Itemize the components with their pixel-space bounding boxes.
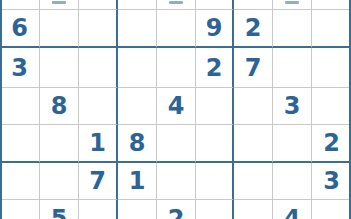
given-digit: 7 <box>245 54 262 82</box>
cell-r4c7[interactable]: 7 <box>234 48 273 88</box>
cell-r2c9[interactable] <box>312 0 351 10</box>
cell-r2c4[interactable] <box>118 0 157 10</box>
cell-r6c3[interactable]: 1 <box>79 125 118 163</box>
cell-r4c8[interactable] <box>273 48 312 88</box>
partial-digit-fragment <box>52 1 66 4</box>
cell-r7c6[interactable] <box>196 163 234 200</box>
cell-r8c6[interactable] <box>196 200 234 219</box>
given-digit: 9 <box>206 14 223 42</box>
cell-r7c1[interactable] <box>0 163 40 200</box>
cell-r2c2[interactable] <box>40 0 79 10</box>
cell-r8c4[interactable] <box>118 200 157 219</box>
partial-digit-fragment <box>285 1 299 4</box>
cell-r7c8[interactable] <box>273 163 312 200</box>
cell-r2c5[interactable] <box>157 0 196 10</box>
given-digit: 4 <box>284 205 301 219</box>
cell-r7c3[interactable]: 7 <box>79 163 118 200</box>
cell-r6c5[interactable] <box>157 125 196 163</box>
cell-r3c1[interactable]: 6 <box>0 10 40 48</box>
cell-r8c2[interactable]: 5 <box>40 200 79 219</box>
given-digit: 1 <box>89 129 106 157</box>
cell-r6c1[interactable] <box>0 125 40 163</box>
cell-r4c6[interactable]: 2 <box>196 48 234 88</box>
cell-r3c2[interactable] <box>40 10 79 48</box>
sudoku-viewport: 692327843182713524 <box>0 0 351 219</box>
cell-r7c9[interactable]: 3 <box>312 163 351 200</box>
given-digit: 4 <box>168 92 185 120</box>
given-digit: 3 <box>284 92 301 120</box>
cell-r2c7[interactable] <box>234 0 273 10</box>
cell-r4c9[interactable] <box>312 48 351 88</box>
given-digit: 2 <box>323 129 340 157</box>
cell-r2c8[interactable] <box>273 0 312 10</box>
cell-r3c7[interactable]: 2 <box>234 10 273 48</box>
sudoku-board: 692327843182713524 <box>0 0 351 219</box>
cell-r2c3[interactable] <box>79 0 118 10</box>
cell-r5c1[interactable] <box>0 88 40 125</box>
cell-r6c4[interactable]: 8 <box>118 125 157 163</box>
given-digit: 2 <box>168 205 185 219</box>
cell-r5c6[interactable] <box>196 88 234 125</box>
given-digit: 8 <box>51 92 68 120</box>
cell-r8c1[interactable] <box>0 200 40 219</box>
cell-r7c5[interactable] <box>157 163 196 200</box>
given-digit: 7 <box>89 167 106 195</box>
cell-r3c4[interactable] <box>118 10 157 48</box>
given-digit: 2 <box>206 54 223 82</box>
cell-r6c8[interactable] <box>273 125 312 163</box>
cell-r7c2[interactable] <box>40 163 79 200</box>
cell-r4c1[interactable]: 3 <box>0 48 40 88</box>
cell-r2c6[interactable] <box>196 0 234 10</box>
partial-digit-fragment <box>169 1 183 4</box>
cell-r6c2[interactable] <box>40 125 79 163</box>
cell-r3c6[interactable]: 9 <box>196 10 234 48</box>
cell-r2c1[interactable] <box>0 0 40 10</box>
cell-r4c3[interactable] <box>79 48 118 88</box>
board-left-border <box>0 0 2 219</box>
cell-r3c5[interactable] <box>157 10 196 48</box>
given-digit: 8 <box>129 129 146 157</box>
cell-r7c4[interactable]: 1 <box>118 163 157 200</box>
cell-r8c5[interactable]: 2 <box>157 200 196 219</box>
given-digit: 5 <box>51 205 68 219</box>
given-digit: 3 <box>323 167 340 195</box>
cell-r5c5[interactable]: 4 <box>157 88 196 125</box>
given-digit: 1 <box>129 167 146 195</box>
cell-r5c3[interactable] <box>79 88 118 125</box>
cell-r6c9[interactable]: 2 <box>312 125 351 163</box>
cell-r5c2[interactable]: 8 <box>40 88 79 125</box>
cell-r8c8[interactable]: 4 <box>273 200 312 219</box>
cell-r5c8[interactable]: 3 <box>273 88 312 125</box>
given-digit: 2 <box>245 14 262 42</box>
cell-r8c3[interactable] <box>79 200 118 219</box>
cell-r4c2[interactable] <box>40 48 79 88</box>
cell-r5c7[interactable] <box>234 88 273 125</box>
cell-r6c6[interactable] <box>196 125 234 163</box>
cell-r3c3[interactable] <box>79 10 118 48</box>
cell-r7c7[interactable] <box>234 163 273 200</box>
cell-r6c7[interactable] <box>234 125 273 163</box>
cell-r4c5[interactable] <box>157 48 196 88</box>
cell-r3c8[interactable] <box>273 10 312 48</box>
cell-r5c9[interactable] <box>312 88 351 125</box>
given-digit: 3 <box>11 54 28 82</box>
given-digit: 6 <box>11 14 28 42</box>
cell-r4c4[interactable] <box>118 48 157 88</box>
cell-r8c9[interactable] <box>312 200 351 219</box>
cell-r3c9[interactable] <box>312 10 351 48</box>
cell-r5c4[interactable] <box>118 88 157 125</box>
cell-r8c7[interactable] <box>234 200 273 219</box>
